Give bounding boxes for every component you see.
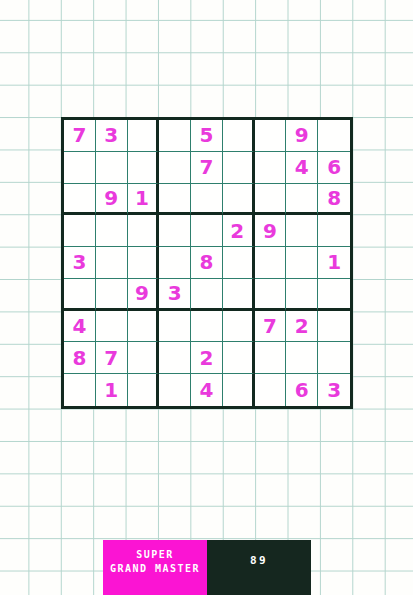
cell-r8c5[interactable]: 2	[191, 342, 223, 374]
sudoku-board: 735974691829381934728721463	[61, 117, 353, 409]
difficulty-badge: SUPER GRAND MASTER	[103, 540, 207, 595]
cell-r4c8[interactable]	[286, 215, 318, 247]
cell-r4c5[interactable]	[191, 215, 223, 247]
cell-r5c8[interactable]	[286, 247, 318, 279]
cell-r1c9[interactable]	[318, 120, 350, 152]
cell-r4c4[interactable]	[159, 215, 191, 247]
cell-r3c3[interactable]: 1	[128, 184, 160, 216]
cell-r6c6[interactable]	[223, 279, 255, 311]
cell-r8c6[interactable]	[223, 342, 255, 374]
cell-r5c3[interactable]	[128, 247, 160, 279]
cell-r9c1[interactable]	[64, 374, 96, 406]
cell-r1c3[interactable]	[128, 120, 160, 152]
cell-r2c1[interactable]	[64, 152, 96, 184]
cell-r8c7[interactable]	[255, 342, 287, 374]
cell-r9c5[interactable]: 4	[191, 374, 223, 406]
cell-r4c6[interactable]: 2	[223, 215, 255, 247]
cell-r2c3[interactable]	[128, 152, 160, 184]
cell-r1c4[interactable]	[159, 120, 191, 152]
cell-r6c4[interactable]: 3	[159, 279, 191, 311]
cell-r5c6[interactable]	[223, 247, 255, 279]
cell-r9c2[interactable]: 1	[96, 374, 128, 406]
cell-r3c6[interactable]	[223, 184, 255, 216]
cell-r6c8[interactable]	[286, 279, 318, 311]
cell-r3c8[interactable]	[286, 184, 318, 216]
cell-r3c1[interactable]	[64, 184, 96, 216]
cell-r9c8[interactable]: 6	[286, 374, 318, 406]
cell-r1c7[interactable]	[255, 120, 287, 152]
cell-r8c4[interactable]	[159, 342, 191, 374]
cell-r3c4[interactable]	[159, 184, 191, 216]
cell-r5c9[interactable]: 1	[318, 247, 350, 279]
puzzle-number: 89	[250, 554, 268, 567]
cell-r3c7[interactable]	[255, 184, 287, 216]
cell-r7c8[interactable]: 2	[286, 311, 318, 343]
cell-r8c1[interactable]: 8	[64, 342, 96, 374]
cell-r6c7[interactable]	[255, 279, 287, 311]
cell-r9c3[interactable]	[128, 374, 160, 406]
cell-r2c5[interactable]: 7	[191, 152, 223, 184]
cell-r2c8[interactable]: 4	[286, 152, 318, 184]
cell-r9c9[interactable]: 3	[318, 374, 350, 406]
cell-r7c9[interactable]	[318, 311, 350, 343]
cell-r8c3[interactable]	[128, 342, 160, 374]
cell-r8c2[interactable]: 7	[96, 342, 128, 374]
cell-r7c3[interactable]	[128, 311, 160, 343]
cell-r4c9[interactable]	[318, 215, 350, 247]
cell-r5c4[interactable]	[159, 247, 191, 279]
cell-r6c2[interactable]	[96, 279, 128, 311]
cell-r7c1[interactable]: 4	[64, 311, 96, 343]
cell-r2c9[interactable]: 6	[318, 152, 350, 184]
cell-r2c2[interactable]	[96, 152, 128, 184]
cell-r3c5[interactable]	[191, 184, 223, 216]
cell-r3c9[interactable]: 8	[318, 184, 350, 216]
puzzle-number-badge: 89	[207, 540, 311, 595]
cell-r1c5[interactable]: 5	[191, 120, 223, 152]
difficulty-label-line2: GRAND MASTER	[110, 562, 200, 576]
cell-r1c1[interactable]: 7	[64, 120, 96, 152]
cell-r5c2[interactable]	[96, 247, 128, 279]
cell-r7c2[interactable]	[96, 311, 128, 343]
cell-r6c3[interactable]: 9	[128, 279, 160, 311]
difficulty-label-line1: SUPER	[136, 548, 174, 562]
cell-r4c7[interactable]: 9	[255, 215, 287, 247]
cell-r8c8[interactable]	[286, 342, 318, 374]
cell-r9c7[interactable]	[255, 374, 287, 406]
cell-r8c9[interactable]	[318, 342, 350, 374]
cell-r9c6[interactable]	[223, 374, 255, 406]
cell-r2c7[interactable]	[255, 152, 287, 184]
cell-r1c2[interactable]: 3	[96, 120, 128, 152]
cell-r4c2[interactable]	[96, 215, 128, 247]
cell-r4c3[interactable]	[128, 215, 160, 247]
cell-r1c8[interactable]: 9	[286, 120, 318, 152]
cell-r2c6[interactable]	[223, 152, 255, 184]
cell-r7c5[interactable]	[191, 311, 223, 343]
cell-r5c5[interactable]: 8	[191, 247, 223, 279]
cell-r7c6[interactable]	[223, 311, 255, 343]
cell-r6c9[interactable]	[318, 279, 350, 311]
cell-r6c1[interactable]	[64, 279, 96, 311]
cell-r9c4[interactable]	[159, 374, 191, 406]
cell-r4c1[interactable]	[64, 215, 96, 247]
cell-r1c6[interactable]	[223, 120, 255, 152]
cell-r7c4[interactable]	[159, 311, 191, 343]
cell-r5c7[interactable]	[255, 247, 287, 279]
cell-r7c7[interactable]: 7	[255, 311, 287, 343]
cell-r3c2[interactable]: 9	[96, 184, 128, 216]
cell-r2c4[interactable]	[159, 152, 191, 184]
cell-r5c1[interactable]: 3	[64, 247, 96, 279]
cell-r6c5[interactable]	[191, 279, 223, 311]
